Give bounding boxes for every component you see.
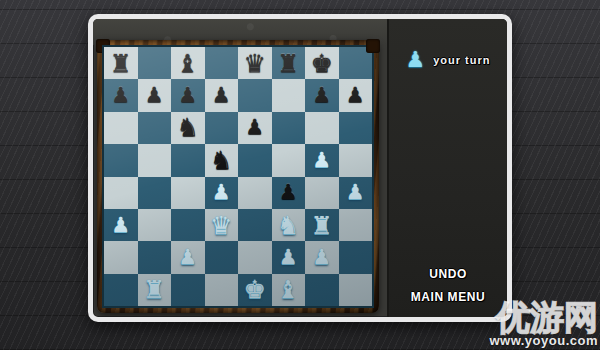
black-pawn: ♟ <box>212 85 231 106</box>
square-h7[interactable]: ♟ <box>339 79 373 111</box>
black-bishop: ♝ <box>177 51 199 76</box>
square-f7[interactable] <box>272 79 306 111</box>
square-c1[interactable] <box>171 274 205 306</box>
square-c5[interactable] <box>171 144 205 176</box>
square-f8[interactable]: ♜ <box>272 47 306 79</box>
side-panel: ♟ your turn UNDO MAIN MENU <box>387 19 507 317</box>
black-queen: ♛ <box>244 51 266 76</box>
white-pawn: ♟ <box>111 215 130 236</box>
square-d3[interactable]: ♛ <box>205 209 239 241</box>
square-a8[interactable]: ♜ <box>104 47 138 79</box>
white-pawn: ♟ <box>212 182 231 203</box>
square-h1[interactable] <box>339 274 373 306</box>
square-g6[interactable] <box>305 112 339 144</box>
square-b5[interactable] <box>138 144 172 176</box>
black-king: ♚ <box>311 51 333 76</box>
black-rook: ♜ <box>110 51 132 76</box>
square-g5[interactable]: ♟ <box>305 144 339 176</box>
black-pawn: ♟ <box>111 85 130 106</box>
square-b2[interactable] <box>138 241 172 273</box>
square-h2[interactable] <box>339 241 373 273</box>
main-menu-button[interactable]: MAIN MENU <box>389 290 507 304</box>
square-d1[interactable] <box>205 274 239 306</box>
square-f4[interactable]: ♟ <box>272 177 306 209</box>
black-pawn: ♟ <box>178 85 197 106</box>
square-f5[interactable] <box>272 144 306 176</box>
square-b1[interactable]: ♜ <box>138 274 172 306</box>
black-pawn: ♟ <box>145 85 164 106</box>
square-c8[interactable]: ♝ <box>171 47 205 79</box>
square-d8[interactable] <box>205 47 239 79</box>
square-d7[interactable]: ♟ <box>205 79 239 111</box>
square-d2[interactable] <box>205 241 239 273</box>
square-c3[interactable] <box>171 209 205 241</box>
game-window-inner: ♜♝♛♜♚♟♟♟♟♟♟♞♟♞♟♟♟♟♟♛♞♜♟♟♟♜♚♝ ♟ your turn… <box>93 19 507 317</box>
white-pawn: ♟ <box>312 150 331 171</box>
square-d4[interactable]: ♟ <box>205 177 239 209</box>
square-e3[interactable] <box>238 209 272 241</box>
square-g2[interactable]: ♟ <box>305 241 339 273</box>
black-knight: ♞ <box>177 115 199 140</box>
square-g4[interactable] <box>305 177 339 209</box>
square-e4[interactable] <box>238 177 272 209</box>
square-d5[interactable]: ♞ <box>205 144 239 176</box>
square-c4[interactable] <box>171 177 205 209</box>
square-e7[interactable] <box>238 79 272 111</box>
square-e2[interactable] <box>238 241 272 273</box>
square-b3[interactable] <box>138 209 172 241</box>
square-a5[interactable] <box>104 144 138 176</box>
square-a1[interactable] <box>104 274 138 306</box>
square-a2[interactable] <box>104 241 138 273</box>
white-rook: ♜ <box>311 213 333 238</box>
square-e6[interactable]: ♟ <box>238 112 272 144</box>
white-pawn: ♟ <box>312 247 331 268</box>
square-c2[interactable]: ♟ <box>171 241 205 273</box>
white-rook: ♜ <box>143 277 165 302</box>
game-window: ♜♝♛♜♚♟♟♟♟♟♟♞♟♞♟♟♟♟♟♛♞♜♟♟♟♜♚♝ ♟ your turn… <box>88 14 512 322</box>
square-c6[interactable]: ♞ <box>171 112 205 144</box>
square-b8[interactable] <box>138 47 172 79</box>
square-h5[interactable] <box>339 144 373 176</box>
square-e5[interactable] <box>238 144 272 176</box>
undo-button[interactable]: UNDO <box>389 267 507 281</box>
white-pawn: ♟ <box>178 247 197 268</box>
white-knight: ♞ <box>277 213 299 238</box>
square-g7[interactable]: ♟ <box>305 79 339 111</box>
square-e8[interactable]: ♛ <box>238 47 272 79</box>
square-a3[interactable]: ♟ <box>104 209 138 241</box>
square-a4[interactable] <box>104 177 138 209</box>
square-b6[interactable] <box>138 112 172 144</box>
white-queen: ♛ <box>210 213 232 238</box>
white-pawn: ♟ <box>346 182 365 203</box>
board-wrap: ♜♝♛♜♚♟♟♟♟♟♟♞♟♞♟♟♟♟♟♛♞♜♟♟♟♜♚♝ <box>104 47 372 306</box>
square-b7[interactable]: ♟ <box>138 79 172 111</box>
black-pawn: ♟ <box>312 85 331 106</box>
square-f1[interactable]: ♝ <box>272 274 306 306</box>
square-g1[interactable] <box>305 274 339 306</box>
square-b4[interactable] <box>138 177 172 209</box>
square-d6[interactable] <box>205 112 239 144</box>
square-a6[interactable] <box>104 112 138 144</box>
square-g3[interactable]: ♜ <box>305 209 339 241</box>
square-f2[interactable]: ♟ <box>272 241 306 273</box>
black-pawn: ♟ <box>245 117 264 138</box>
black-knight: ♞ <box>210 148 232 173</box>
watermark-url: www.yoyou.com <box>489 333 598 348</box>
chess-board: ♜♝♛♜♚♟♟♟♟♟♟♞♟♞♟♟♟♟♟♛♞♜♟♟♟♜♚♝ <box>104 47 372 306</box>
square-c7[interactable]: ♟ <box>171 79 205 111</box>
square-h4[interactable]: ♟ <box>339 177 373 209</box>
board-frame: ♜♝♛♜♚♟♟♟♟♟♟♞♟♞♟♟♟♟♟♛♞♜♟♟♟♜♚♝ <box>97 40 379 313</box>
square-h8[interactable] <box>339 47 373 79</box>
black-pawn: ♟ <box>279 182 298 203</box>
square-h6[interactable] <box>339 112 373 144</box>
black-rook: ♜ <box>277 51 299 76</box>
white-king: ♚ <box>244 277 266 302</box>
turn-indicator: ♟ your turn <box>389 49 507 71</box>
square-a7[interactable]: ♟ <box>104 79 138 111</box>
square-g8[interactable]: ♚ <box>305 47 339 79</box>
square-h3[interactable] <box>339 209 373 241</box>
white-pawn-icon: ♟ <box>405 49 425 71</box>
square-f3[interactable]: ♞ <box>272 209 306 241</box>
white-bishop: ♝ <box>277 277 299 302</box>
white-pawn: ♟ <box>279 247 298 268</box>
turn-label: your turn <box>433 54 490 66</box>
black-pawn: ♟ <box>346 85 365 106</box>
square-e1[interactable]: ♚ <box>238 274 272 306</box>
square-f6[interactable] <box>272 112 306 144</box>
